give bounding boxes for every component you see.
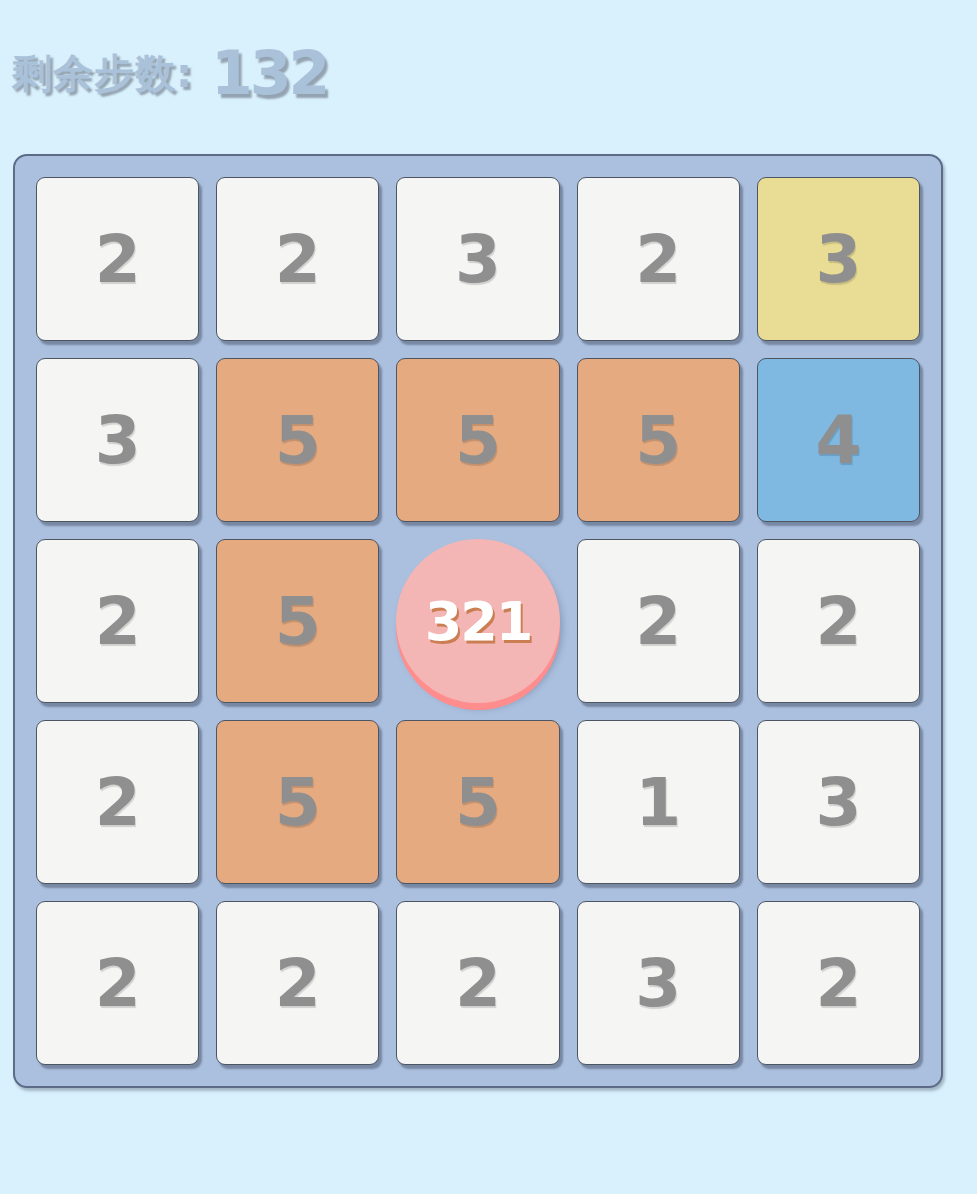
tile-r2c2[interactable]: 5 (216, 358, 379, 522)
tile-r2c3[interactable]: 5 (396, 358, 559, 522)
tile-r4c2[interactable]: 5 (216, 720, 379, 884)
tile-r1c2[interactable]: 2 (216, 177, 379, 341)
tile-r2c5[interactable]: 4 (757, 358, 920, 522)
tile-r1c3[interactable]: 3 (396, 177, 559, 341)
tile-r1c1[interactable]: 2 (36, 177, 199, 341)
tile-r4c3[interactable]: 5 (396, 720, 559, 884)
tile-r3c5[interactable]: 2 (757, 539, 920, 703)
tile-r4c1[interactable]: 2 (36, 720, 199, 884)
tile-r5c1[interactable]: 2 (36, 901, 199, 1065)
counter-bubble[interactable]: 321 (396, 539, 559, 703)
tile-r4c5[interactable]: 3 (757, 720, 920, 884)
game-board: 223233555425321222551322232 (13, 154, 943, 1088)
tile-r2c4[interactable]: 5 (577, 358, 740, 522)
tile-r5c4[interactable]: 3 (577, 901, 740, 1065)
tile-r5c2[interactable]: 2 (216, 901, 379, 1065)
tile-r1c5[interactable]: 3 (757, 177, 920, 341)
moves-remaining-label: 剩余步数: (12, 46, 193, 101)
tile-r5c3[interactable]: 2 (396, 901, 559, 1065)
tile-r1c4[interactable]: 2 (577, 177, 740, 341)
tile-r4c4[interactable]: 1 (577, 720, 740, 884)
tile-r3c1[interactable]: 2 (36, 539, 199, 703)
tile-r3c2[interactable]: 5 (216, 539, 379, 703)
moves-remaining-header: 剩余步数: 132 (12, 38, 327, 108)
moves-remaining-value: 132 (211, 38, 327, 108)
tile-r5c5[interactable]: 2 (757, 901, 920, 1065)
tile-r2c1[interactable]: 3 (36, 358, 199, 522)
tile-r3c4[interactable]: 2 (577, 539, 740, 703)
